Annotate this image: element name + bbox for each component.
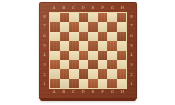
square-a7[interactable] (50, 22, 60, 31)
square-d2[interactable] (79, 69, 89, 78)
square-c3[interactable] (69, 60, 79, 69)
square-b6[interactable] (60, 32, 70, 41)
square-f3[interactable] (98, 60, 108, 69)
square-h1[interactable] (117, 79, 127, 88)
square-f6[interactable] (98, 32, 108, 41)
square-e7[interactable] (88, 22, 98, 31)
square-e3[interactable] (88, 60, 98, 69)
square-b5[interactable] (60, 41, 70, 50)
square-f8[interactable] (98, 13, 108, 22)
square-b4[interactable] (60, 51, 70, 60)
file-label-b: b (59, 88, 69, 95)
square-h8[interactable] (117, 13, 127, 22)
square-g1[interactable] (107, 79, 117, 88)
file-label-g: g (108, 88, 118, 95)
file-label-e: e (88, 4, 98, 11)
file-label-f: f (98, 4, 108, 11)
file-label-h: h (117, 4, 127, 11)
file-label-f: f (98, 88, 108, 95)
square-c1[interactable] (69, 79, 79, 88)
rank-label-6: 6 (128, 31, 135, 41)
board-side-edge (40, 98, 136, 101)
rank-label-4: 4 (41, 51, 48, 61)
square-g4[interactable] (107, 51, 117, 60)
square-a4[interactable] (50, 51, 60, 60)
square-a6[interactable] (50, 32, 60, 41)
square-h3[interactable] (117, 60, 127, 69)
square-d3[interactable] (79, 60, 89, 69)
rank-label-2: 2 (128, 70, 135, 80)
square-g3[interactable] (107, 60, 117, 69)
square-h2[interactable] (117, 69, 127, 78)
rank-label-5: 5 (41, 41, 48, 51)
square-c7[interactable] (69, 22, 79, 31)
file-label-h: h (117, 88, 127, 95)
square-b8[interactable] (60, 13, 70, 22)
square-f7[interactable] (98, 22, 108, 31)
rank-label-1: 1 (41, 79, 48, 89)
rank-label-1: 1 (128, 79, 135, 89)
square-d4[interactable] (79, 51, 89, 60)
rank-label-3: 3 (128, 60, 135, 70)
file-label-a: a (49, 4, 59, 11)
file-label-g: g (108, 4, 118, 11)
square-d7[interactable] (79, 22, 89, 31)
square-e8[interactable] (88, 13, 98, 22)
chess-board: abcdefgh abcdefgh 87654321 87654321 (39, 2, 137, 101)
rank-label-8: 8 (128, 12, 135, 22)
rank-label-5: 5 (128, 41, 135, 51)
square-e6[interactable] (88, 32, 98, 41)
file-labels-top: abcdefgh (49, 4, 127, 11)
file-label-d: d (78, 88, 88, 95)
file-label-a: a (49, 88, 59, 95)
square-g7[interactable] (107, 22, 117, 31)
square-e1[interactable] (88, 79, 98, 88)
square-f5[interactable] (98, 41, 108, 50)
square-c6[interactable] (69, 32, 79, 41)
square-d8[interactable] (79, 13, 89, 22)
square-d1[interactable] (79, 79, 89, 88)
square-e5[interactable] (88, 41, 98, 50)
rank-label-7: 7 (128, 22, 135, 32)
square-g6[interactable] (107, 32, 117, 41)
file-label-c: c (69, 4, 79, 11)
square-f2[interactable] (98, 69, 108, 78)
rank-labels-left: 87654321 (41, 12, 48, 89)
square-c2[interactable] (69, 69, 79, 78)
square-g5[interactable] (107, 41, 117, 50)
square-h4[interactable] (117, 51, 127, 60)
board-frame: abcdefgh abcdefgh 87654321 87654321 (39, 2, 137, 99)
file-label-b: b (59, 4, 69, 11)
square-c8[interactable] (69, 13, 79, 22)
square-h7[interactable] (117, 22, 127, 31)
rank-label-7: 7 (41, 22, 48, 32)
square-c4[interactable] (69, 51, 79, 60)
square-e2[interactable] (88, 69, 98, 78)
rank-label-8: 8 (41, 12, 48, 22)
file-label-d: d (78, 4, 88, 11)
square-a8[interactable] (50, 13, 60, 22)
square-g2[interactable] (107, 69, 117, 78)
file-labels-bottom: abcdefgh (49, 88, 127, 95)
square-h5[interactable] (117, 41, 127, 50)
square-a5[interactable] (50, 41, 60, 50)
rank-label-6: 6 (41, 31, 48, 41)
square-c5[interactable] (69, 41, 79, 50)
square-b1[interactable] (60, 79, 70, 88)
rank-label-3: 3 (41, 60, 48, 70)
board-squares (49, 12, 127, 89)
file-label-e: e (88, 88, 98, 95)
square-b2[interactable] (60, 69, 70, 78)
square-b3[interactable] (60, 60, 70, 69)
rank-labels-right: 87654321 (128, 12, 135, 89)
photo-background: abcdefgh abcdefgh 87654321 87654321 (0, 0, 175, 105)
square-e4[interactable] (88, 51, 98, 60)
square-h6[interactable] (117, 32, 127, 41)
square-f1[interactable] (98, 79, 108, 88)
square-d5[interactable] (79, 41, 89, 50)
file-label-c: c (69, 88, 79, 95)
square-a1[interactable] (50, 79, 60, 88)
rank-label-2: 2 (41, 70, 48, 80)
square-d6[interactable] (79, 32, 89, 41)
square-a3[interactable] (50, 60, 60, 69)
square-g8[interactable] (107, 13, 117, 22)
square-f4[interactable] (98, 51, 108, 60)
square-b7[interactable] (60, 22, 70, 31)
square-a2[interactable] (50, 69, 60, 78)
rank-label-4: 4 (128, 51, 135, 61)
